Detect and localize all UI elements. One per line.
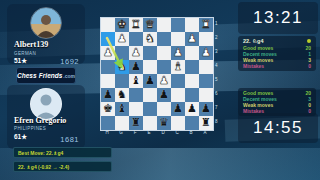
- game-screen: Albert139 GERMAN 51★ 1692 Chess Friends …: [0, 0, 320, 180]
- file-label-A: A: [198, 130, 212, 135]
- white-pawn-d5: ♟: [157, 74, 171, 88]
- square-d2[interactable]: [157, 32, 171, 46]
- file-label-H: H: [100, 130, 114, 135]
- player-card-bottom: Efren Gregorio PHILIPPINES 61★ 1681: [7, 85, 85, 149]
- square-h4[interactable]: [101, 60, 115, 74]
- stat-value: 0: [308, 63, 311, 69]
- black-bishop-g7: ♝: [115, 102, 129, 116]
- file-labels: HGFEDCBA: [100, 130, 212, 135]
- avatar-photo: [31, 8, 61, 38]
- square-b2[interactable]: ♟: [185, 32, 199, 46]
- square-b1[interactable]: [185, 18, 199, 32]
- rank-label-5: 5: [215, 73, 218, 87]
- square-a2[interactable]: [199, 32, 213, 46]
- square-c1[interactable]: [171, 18, 185, 32]
- white-pawn-a3: ♟: [199, 46, 213, 60]
- square-a6[interactable]: [199, 88, 213, 102]
- square-b4[interactable]: [185, 60, 199, 74]
- best-move-text: Best Move: 22.♗g4: [18, 150, 63, 156]
- file-label-F: F: [128, 130, 142, 135]
- rank-label-1: 1: [215, 17, 218, 31]
- player-badge-bottom: 61★: [14, 133, 27, 141]
- square-c7[interactable]: ♟: [171, 102, 185, 116]
- file-label-C: C: [170, 130, 184, 135]
- square-c8[interactable]: [171, 116, 185, 130]
- square-d3[interactable]: [157, 46, 171, 60]
- player-name-top: Albert139: [7, 40, 85, 49]
- square-g3[interactable]: [115, 46, 129, 60]
- square-e6[interactable]: [143, 88, 157, 102]
- square-c4[interactable]: ♝: [171, 60, 185, 74]
- white-king-g1: ♚: [115, 18, 129, 32]
- clock-bottom-player: 14:55: [238, 113, 318, 143]
- square-g8[interactable]: [115, 116, 129, 130]
- square-c2[interactable]: [171, 32, 185, 46]
- white-pawn-g2: ♟: [115, 32, 129, 46]
- square-h2[interactable]: [101, 32, 115, 46]
- white-knight-g4: ♞: [115, 60, 129, 74]
- square-f7[interactable]: [129, 102, 143, 116]
- black-knight-g6: ♞: [115, 88, 129, 102]
- rank-label-4: 4: [215, 59, 218, 73]
- square-h1[interactable]: [101, 18, 115, 32]
- square-g6[interactable]: ♞: [115, 88, 129, 102]
- square-e7[interactable]: [143, 102, 157, 116]
- rank-label-7: 7: [215, 101, 218, 115]
- square-a1[interactable]: ♜: [199, 18, 213, 32]
- logo-text-friends: Friends: [39, 72, 62, 79]
- black-pawn-f4: ♟: [129, 60, 143, 74]
- square-c6[interactable]: [171, 88, 185, 102]
- square-b3[interactable]: [185, 46, 199, 60]
- square-e8[interactable]: [143, 116, 157, 130]
- square-a8[interactable]: ♜: [199, 116, 213, 130]
- square-g2[interactable]: ♟: [115, 32, 129, 46]
- black-pawn-b7: ♟: [185, 102, 199, 116]
- black-pawn-c7: ♟: [171, 102, 185, 116]
- square-d6[interactable]: ♟: [157, 88, 171, 102]
- white-pawn-h3: ♟: [101, 46, 115, 60]
- black-pawn-h6: ♟: [101, 88, 115, 102]
- black-pawn-a7: ♟: [199, 102, 213, 116]
- black-pawn-e5: ♟: [143, 74, 157, 88]
- square-f1[interactable]: ♜: [129, 18, 143, 32]
- square-f3[interactable]: ♟: [129, 46, 143, 60]
- square-d4[interactable]: [157, 60, 171, 74]
- square-d8[interactable]: ♛: [157, 116, 171, 130]
- square-f4[interactable]: ♟: [129, 60, 143, 74]
- square-c5[interactable]: [171, 74, 185, 88]
- player-badge-top: 51★: [14, 57, 27, 65]
- stat-row-mistakes-top: Mistakes 0: [243, 63, 311, 69]
- player-name-bottom: Efren Gregorio: [7, 116, 85, 125]
- logo-text-dotcom: .com: [63, 73, 75, 79]
- file-label-D: D: [156, 130, 170, 135]
- square-e1[interactable]: ♛: [143, 18, 157, 32]
- square-g7[interactable]: ♝: [115, 102, 129, 116]
- white-bishop-c4: ♝: [171, 60, 185, 74]
- square-h8[interactable]: [101, 116, 115, 130]
- black-king-h7: ♚: [101, 102, 115, 116]
- white-pawn-c3: ♟: [171, 46, 185, 60]
- square-h3[interactable]: ♟: [101, 46, 115, 60]
- square-d7[interactable]: [157, 102, 171, 116]
- square-f5[interactable]: ♝: [129, 74, 143, 88]
- stat-label: Mistakes: [243, 63, 264, 69]
- square-a3[interactable]: ♟: [199, 46, 213, 60]
- square-e5[interactable]: ♟: [143, 74, 157, 88]
- rank-label-2: 2: [215, 31, 218, 45]
- white-knight-e2: ♞: [143, 32, 157, 46]
- square-a4[interactable]: [199, 60, 213, 74]
- logo-text-chess: Chess: [17, 72, 37, 79]
- white-rook-a1: ♜: [199, 18, 213, 32]
- clock-bottom-time: 14:55: [253, 118, 303, 138]
- square-h7[interactable]: ♚: [101, 102, 115, 116]
- file-label-E: E: [142, 130, 156, 135]
- square-b7[interactable]: ♟: [185, 102, 199, 116]
- rank-labels: 12345678: [215, 17, 218, 129]
- file-label-G: G: [114, 130, 128, 135]
- square-e2[interactable]: ♞: [143, 32, 157, 46]
- clock-top-time: 13:21: [253, 8, 303, 28]
- analysis-panel-top: 22. ♘g4 Good moves 20 Decent moves 1 Wea…: [238, 36, 316, 71]
- player-card-top: Albert139 GERMAN 51★ 1692: [7, 4, 85, 64]
- square-h5[interactable]: [101, 74, 115, 88]
- clock-top-player: 13:21: [238, 2, 318, 34]
- rank-label-6: 6: [215, 87, 218, 101]
- white-rook-f1: ♜: [129, 18, 143, 32]
- black-queen-d8: ♛: [157, 116, 171, 130]
- analysis-panel-bottom: Good moves 20 Decent moves 3 Weak moves …: [238, 88, 316, 116]
- square-g1[interactable]: ♚: [115, 18, 129, 32]
- square-f2[interactable]: [129, 32, 143, 46]
- square-a7[interactable]: ♟: [199, 102, 213, 116]
- square-g4[interactable]: ♞: [115, 60, 129, 74]
- square-a5[interactable]: [199, 74, 213, 88]
- chess-board[interactable]: ♚♜♛♜♟♞♟♟♟♟♟♞♟♝♝♟♟♟♞♟♚♝♟♟♟♜♛♜: [100, 17, 214, 131]
- move-eval-line: 22. ♗g4 (-0.92 → -2.4): [13, 161, 112, 172]
- player-country-bottom: PHILIPPINES: [14, 126, 46, 131]
- square-b5[interactable]: [185, 74, 199, 88]
- avatar-top-player[interactable]: [30, 7, 62, 39]
- chessfriends-logo[interactable]: Chess Friends .com: [16, 67, 76, 84]
- player-rating-top: 1692: [60, 57, 79, 66]
- square-b8[interactable]: [185, 116, 199, 130]
- square-e3[interactable]: [143, 46, 157, 60]
- move-quality-dot: [307, 39, 311, 43]
- player-rating-bottom: 1681: [60, 135, 79, 144]
- player-country-top: GERMAN: [14, 51, 36, 56]
- black-rook-f8: ♜: [129, 116, 143, 130]
- square-c3[interactable]: ♟: [171, 46, 185, 60]
- square-b6[interactable]: [185, 88, 199, 102]
- rank-label-8: 8: [215, 115, 218, 129]
- black-pawn-d6: ♟: [157, 88, 171, 102]
- square-f8[interactable]: ♜: [129, 116, 143, 130]
- square-f6[interactable]: [129, 88, 143, 102]
- white-queen-e1: ♛: [143, 18, 157, 32]
- move-eval-text: 22. ♗g4 (-0.92 → -2.4): [18, 164, 69, 170]
- black-bishop-f5: ♝: [129, 74, 143, 88]
- last-move-label: 22. ♘g4: [243, 38, 264, 44]
- square-d1[interactable]: [157, 18, 171, 32]
- square-e4[interactable]: [143, 60, 157, 74]
- black-rook-a8: ♜: [199, 116, 213, 130]
- square-g5[interactable]: [115, 74, 129, 88]
- square-h6[interactable]: ♟: [101, 88, 115, 102]
- rank-label-3: 3: [215, 45, 218, 59]
- white-pawn-b2: ♟: [185, 32, 199, 46]
- avatar-silhouette: [31, 89, 61, 119]
- square-d5[interactable]: ♟: [157, 74, 171, 88]
- white-pawn-f3: ♟: [129, 46, 143, 60]
- best-move-hint: Best Move: 22.♗g4: [13, 147, 112, 158]
- file-label-B: B: [184, 130, 198, 135]
